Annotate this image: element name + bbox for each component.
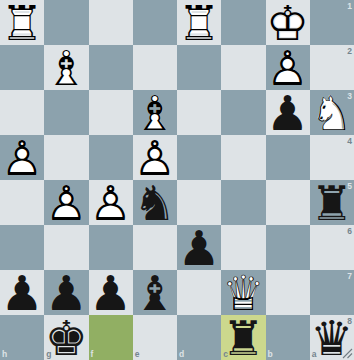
square-f5[interactable]: ♟♙	[89, 180, 133, 225]
square-b1[interactable]: ♚♔	[266, 0, 310, 45]
square-b7[interactable]	[266, 270, 310, 315]
white-bishop[interactable]: ♝♗	[133, 90, 177, 135]
square-c1[interactable]	[221, 0, 265, 45]
piece-glyph-outline: ♖	[0, 0, 44, 45]
square-f3[interactable]	[89, 90, 133, 135]
square-e3[interactable]: ♝♗	[133, 90, 177, 135]
piece-glyph: ♟	[177, 225, 221, 270]
white-pawn[interactable]: ♟♙	[133, 135, 177, 180]
chess-board: ♜♖♜♖♚♔1♝♗♟♙2♝♗♟♞♘3♟♙♟♙4♟♙♟♙♞♜5♟6♟♟♟♝♛♕7h…	[0, 0, 354, 360]
black-pawn[interactable]: ♟	[177, 225, 221, 270]
square-a6[interactable]: 6	[310, 225, 354, 270]
white-knight[interactable]: ♞♘	[310, 90, 354, 135]
white-bishop[interactable]: ♝♗	[44, 45, 88, 90]
square-g2[interactable]: ♝♗	[44, 45, 88, 90]
square-h1[interactable]: ♜♖	[0, 0, 44, 45]
rank-label-1: 1	[347, 2, 352, 11]
piece-glyph: ♞	[133, 180, 177, 225]
square-h6[interactable]	[0, 225, 44, 270]
piece-glyph-outline: ♙	[266, 45, 310, 90]
square-h8[interactable]: h	[0, 315, 44, 360]
piece-glyph: ♟	[0, 270, 44, 315]
square-c7[interactable]: ♛♕	[221, 270, 265, 315]
square-a2[interactable]: 2	[310, 45, 354, 90]
piece-glyph-outline: ♙	[89, 180, 133, 225]
square-h7[interactable]: ♟	[0, 270, 44, 315]
square-e1[interactable]	[133, 0, 177, 45]
square-c2[interactable]	[221, 45, 265, 90]
piece-glyph: ♟	[89, 270, 133, 315]
square-f7[interactable]: ♟	[89, 270, 133, 315]
square-f6[interactable]	[89, 225, 133, 270]
white-pawn[interactable]: ♟♙	[89, 180, 133, 225]
piece-glyph: ♟	[266, 90, 310, 135]
piece-glyph: ♜	[221, 315, 265, 360]
square-e5[interactable]: ♞	[133, 180, 177, 225]
piece-glyph-outline: ♙	[0, 135, 44, 180]
piece-glyph-outline: ♗	[133, 90, 177, 135]
rank-label-2: 2	[347, 47, 352, 56]
black-rook[interactable]: ♜	[221, 315, 265, 360]
square-h4[interactable]: ♟♙	[0, 135, 44, 180]
piece-glyph: ♜	[310, 180, 354, 225]
piece-glyph-outline: ♖	[177, 0, 221, 45]
square-a1[interactable]: 1	[310, 0, 354, 45]
square-b5[interactable]	[266, 180, 310, 225]
file-label-f: f	[91, 350, 94, 359]
square-c6[interactable]	[221, 225, 265, 270]
square-d8[interactable]: d	[177, 315, 221, 360]
square-c4[interactable]	[221, 135, 265, 180]
square-d7[interactable]	[177, 270, 221, 315]
square-g4[interactable]	[44, 135, 88, 180]
piece-glyph-outline: ♕	[221, 270, 265, 315]
square-d3[interactable]	[177, 90, 221, 135]
square-g6[interactable]	[44, 225, 88, 270]
square-f2[interactable]	[89, 45, 133, 90]
square-e8[interactable]: e	[133, 315, 177, 360]
piece-glyph-outline: ♙	[133, 135, 177, 180]
black-bishop[interactable]: ♝	[133, 270, 177, 315]
black-pawn[interactable]: ♟	[44, 270, 88, 315]
file-label-h: h	[2, 350, 7, 359]
black-rook[interactable]: ♜	[310, 180, 354, 225]
square-e7[interactable]: ♝	[133, 270, 177, 315]
piece-glyph-outline: ♗	[44, 45, 88, 90]
black-king[interactable]: ♚	[44, 315, 88, 360]
piece-glyph-outline: ♙	[44, 180, 88, 225]
square-b6[interactable]	[266, 225, 310, 270]
board-resize-handle-icon[interactable]	[342, 348, 353, 359]
black-pawn[interactable]: ♟	[89, 270, 133, 315]
square-h3[interactable]	[0, 90, 44, 135]
square-b2[interactable]: ♟♙	[266, 45, 310, 90]
square-d6[interactable]: ♟	[177, 225, 221, 270]
square-h5[interactable]	[0, 180, 44, 225]
black-knight[interactable]: ♞	[133, 180, 177, 225]
square-f1[interactable]	[89, 0, 133, 45]
rank-label-7: 7	[347, 272, 352, 281]
square-d5[interactable]	[177, 180, 221, 225]
square-a7[interactable]: 7	[310, 270, 354, 315]
square-b4[interactable]	[266, 135, 310, 180]
square-g1[interactable]	[44, 0, 88, 45]
rank-label-6: 6	[347, 227, 352, 236]
black-pawn[interactable]: ♟	[0, 270, 44, 315]
piece-glyph: ♟	[44, 270, 88, 315]
white-rook[interactable]: ♜♖	[177, 0, 221, 45]
rank-label-4: 4	[347, 137, 352, 146]
square-c5[interactable]	[221, 180, 265, 225]
white-queen[interactable]: ♛♕	[221, 270, 265, 315]
white-pawn[interactable]: ♟♙	[0, 135, 44, 180]
piece-glyph-outline: ♘	[310, 90, 354, 135]
white-king[interactable]: ♚♔	[266, 0, 310, 45]
white-rook[interactable]: ♜♖	[0, 0, 44, 45]
square-d2[interactable]	[177, 45, 221, 90]
square-g3[interactable]	[44, 90, 88, 135]
square-c8[interactable]: ♜c	[221, 315, 265, 360]
square-b8[interactable]: b	[266, 315, 310, 360]
piece-glyph-outline: ♔	[266, 0, 310, 45]
square-g5[interactable]: ♟♙	[44, 180, 88, 225]
square-a5[interactable]: ♜5	[310, 180, 354, 225]
file-label-e: e	[135, 350, 140, 359]
square-d1[interactable]: ♜♖	[177, 0, 221, 45]
square-e4[interactable]: ♟♙	[133, 135, 177, 180]
black-pawn[interactable]: ♟	[266, 90, 310, 135]
square-f4[interactable]	[89, 135, 133, 180]
square-g8[interactable]: ♚g	[44, 315, 88, 360]
square-a4[interactable]: 4	[310, 135, 354, 180]
square-e6[interactable]	[133, 225, 177, 270]
square-f8[interactable]: f	[89, 315, 133, 360]
square-a3[interactable]: ♞♘3	[310, 90, 354, 135]
square-c3[interactable]	[221, 90, 265, 135]
square-b3[interactable]: ♟	[266, 90, 310, 135]
piece-glyph: ♚	[44, 315, 88, 360]
square-d4[interactable]	[177, 135, 221, 180]
square-h2[interactable]	[0, 45, 44, 90]
file-label-d: d	[179, 350, 184, 359]
file-label-b: b	[268, 350, 273, 359]
white-pawn[interactable]: ♟♙	[44, 180, 88, 225]
square-e2[interactable]	[133, 45, 177, 90]
white-pawn[interactable]: ♟♙	[266, 45, 310, 90]
piece-glyph: ♝	[133, 270, 177, 315]
square-g7[interactable]: ♟	[44, 270, 88, 315]
